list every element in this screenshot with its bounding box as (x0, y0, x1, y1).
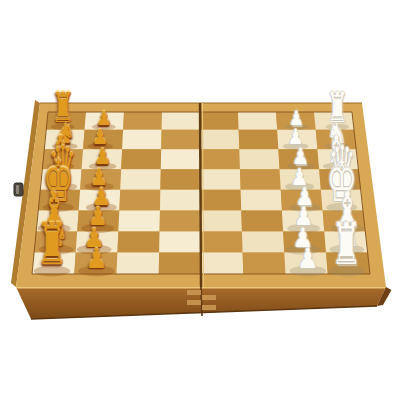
white-bishop: ♝ (334, 201, 360, 230)
amber-rook: ♜ (52, 105, 74, 129)
amber-bishop: ♝ (49, 143, 72, 168)
white-knight: ♞ (327, 125, 347, 148)
white-rook: ♜ (326, 105, 348, 129)
amber-pawn: ♟ (92, 188, 111, 209)
amber-pawn: ♟ (86, 249, 108, 273)
white-pawn: ♟ (295, 188, 314, 209)
amber-king: ♚ (43, 175, 73, 209)
amber-pawn: ♟ (94, 149, 111, 168)
amber-pawn: ♟ (90, 169, 108, 189)
white-rook: ♜ (331, 239, 362, 273)
amber-knight: ♞ (55, 125, 75, 148)
white-pawn: ♟ (297, 249, 319, 273)
white-knight: ♞ (334, 223, 360, 252)
white-pawn: ♟ (287, 130, 303, 148)
amber-pawn: ♟ (84, 229, 105, 252)
white-king: ♚ (326, 175, 356, 209)
white-pawn: ♟ (291, 169, 309, 189)
chess-set-photo: ♜♟♟♜♞♟♟♞♝♟♟♝♛♟♟♛♚♟♟♚♝♟♟♝♞♟♟♞♜♟♟♜ (0, 0, 400, 400)
amber-pawn: ♟ (92, 130, 108, 148)
amber-pawn: ♟ (96, 112, 111, 129)
amber-pawn: ♟ (88, 208, 108, 230)
amber-bishop: ♝ (41, 201, 67, 230)
white-queen: ♛ (328, 158, 356, 189)
amber-queen: ♛ (49, 158, 77, 189)
white-pawn: ♟ (292, 149, 309, 168)
piece-layer: ♜♟♟♜♞♟♟♞♝♟♟♝♛♟♟♛♚♟♟♚♝♟♟♝♞♟♟♞♜♟♟♜ (0, 0, 400, 400)
white-pawn: ♟ (294, 208, 314, 230)
amber-rook: ♜ (37, 239, 68, 273)
white-pawn: ♟ (289, 112, 304, 129)
white-pawn: ♟ (292, 229, 313, 252)
amber-knight: ♞ (43, 223, 69, 252)
white-bishop: ♝ (325, 143, 348, 168)
